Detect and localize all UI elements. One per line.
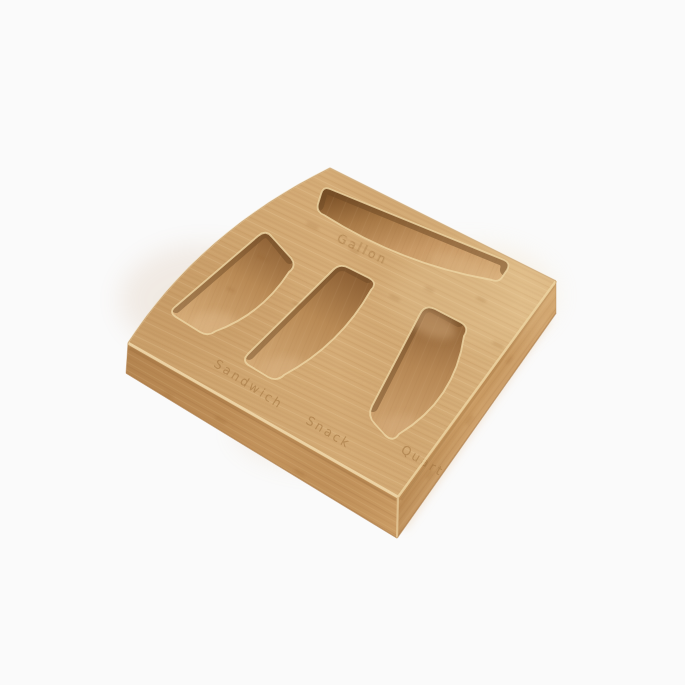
product-photo: Gallon Sandwich Snack Quart [0, 0, 685, 685]
bamboo-bag-organizer-photo: Gallon Sandwich Snack Quart [0, 0, 685, 685]
